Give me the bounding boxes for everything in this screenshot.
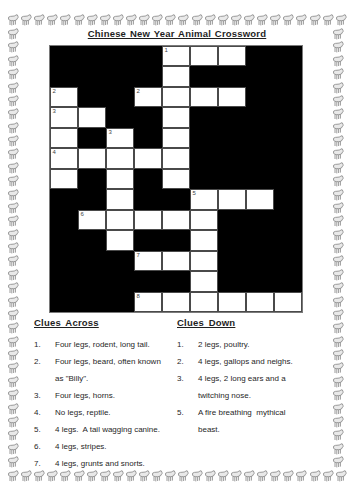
grid-cell[interactable] [162,210,190,230]
black-cell [50,210,78,230]
zodiac-animal-icon [332,295,344,308]
black-cell [134,189,162,209]
black-cell [274,148,302,168]
black-cell [134,46,162,66]
clue-item-number: 3. [34,387,55,404]
black-cell [274,189,302,209]
zodiac-animal-icon [332,442,344,455]
black-cell [78,46,106,66]
grid-cell[interactable] [162,66,190,86]
zodiac-animal-icon [7,402,19,415]
black-cell [218,66,246,86]
clue-item-text: 2 legs, poultry. [198,336,249,353]
black-cell [274,128,302,148]
clue-item: 2. Four legs, beard, often known as "Bil… [34,353,180,387]
zodiac-animal-icon [332,121,344,134]
black-cell [50,251,78,271]
grid-cell[interactable] [218,87,246,107]
zodiac-animal-icon [191,469,203,482]
zodiac-animal-icon [46,13,58,26]
clues-down-heading: Clues Down [177,317,330,328]
zodiac-animal-icon [7,268,19,281]
black-cell [190,148,218,168]
zodiac-animal-icon [332,335,344,348]
black-cell [246,128,274,148]
border-top-strip [7,13,347,26]
zodiac-animal-icon [7,201,19,214]
grid-cell[interactable]: 2 [50,87,78,107]
clue-item: 7. 4 legs, grunts and snorts. [34,455,180,472]
black-cell [106,271,134,291]
black-cell [274,66,302,86]
zodiac-animal-icon [269,469,281,482]
black-cell [246,230,274,250]
black-cell [162,230,190,250]
grid-cell[interactable] [218,292,246,312]
clue-item-number: 2. [177,353,198,370]
black-cell [218,251,246,271]
zodiac-animal-icon [295,13,307,26]
black-cell [78,292,106,312]
clue-item-number: 4. [34,404,55,421]
grid-cell[interactable] [162,292,190,312]
zodiac-animal-icon [138,13,150,26]
clue-item-text: Four legs, beard, often known as "Billy"… [55,353,161,387]
zodiac-animal-icon [7,308,19,321]
grid-cell[interactable] [190,271,218,291]
zodiac-animal-icon [332,161,344,174]
zodiac-animal-icon [7,81,19,94]
cell-number: 4 [53,149,56,156]
black-cell [78,271,106,291]
border-left-strip [7,27,20,468]
clue-item: 6. 4 legs, stripes. [34,438,180,455]
zodiac-animal-icon [7,375,19,388]
black-cell [246,271,274,291]
black-cell [134,66,162,86]
zodiac-animal-icon [269,13,281,26]
zodiac-animal-icon [332,214,344,227]
zodiac-animal-icon [332,415,344,428]
border-right-strip [332,27,345,468]
black-cell [78,251,106,271]
cell-number: 2 [137,88,140,95]
black-cell [190,128,218,148]
zodiac-animal-icon [7,13,19,26]
clue-item-number: 5. [34,421,55,438]
zodiac-animal-icon [217,469,229,482]
black-cell [218,210,246,230]
black-cell [190,169,218,189]
black-cell [246,87,274,107]
grid-cell[interactable] [106,189,134,209]
clue-item-text: 4 legs. A tail wagging canine. [55,421,160,438]
zodiac-animal-icon [332,241,344,254]
black-cell [274,107,302,127]
grid-cell[interactable] [274,292,302,312]
clue-item-text: A fire breathing mythical beast. [198,404,286,438]
grid-cell[interactable] [106,148,134,168]
grid-cell[interactable] [218,189,246,209]
grid-cell[interactable]: 6 [78,210,106,230]
clue-item-number: 6. [34,438,55,455]
black-cell [162,189,190,209]
black-cell [218,271,246,291]
zodiac-animal-icon [332,361,344,374]
grid-cell[interactable] [106,210,134,230]
zodiac-animal-icon [7,388,19,401]
zodiac-animal-icon [7,281,19,294]
zodiac-animal-icon [295,469,307,482]
black-cell [106,66,134,86]
clue-item: 4. No legs, reptile. [34,404,180,421]
black-cell [190,107,218,127]
black-cell [134,230,162,250]
black-cell [78,230,106,250]
zodiac-animal-icon [191,13,203,26]
black-cell [50,271,78,291]
clues-across-heading: Clues Across [34,317,180,328]
zodiac-animal-icon [282,469,294,482]
grid-cell[interactable] [190,87,218,107]
black-cell [218,230,246,250]
grid-cell[interactable] [246,292,274,312]
cell-number: 1 [165,47,168,54]
grid-cell[interactable] [162,107,190,127]
clue-item-number: 1. [177,336,198,353]
zodiac-animal-icon [322,13,334,26]
zodiac-animal-icon [164,13,176,26]
zodiac-animal-icon [112,13,124,26]
black-cell [106,107,134,127]
zodiac-animal-icon [332,67,344,80]
black-cell [78,128,106,148]
black-cell [78,66,106,86]
grid-cell[interactable] [134,148,162,168]
black-cell [134,128,162,148]
clue-item-text: No legs, reptile. [55,404,111,421]
zodiac-animal-icon [59,13,71,26]
zodiac-animal-icon [335,13,347,26]
grid-cell[interactable] [162,87,190,107]
clue-item-text: Four legs, rodent, long tail. [55,336,150,353]
black-cell [246,66,274,86]
crossword-grid: 1223345678 [49,45,303,313]
black-cell [218,148,246,168]
zodiac-animal-icon [7,174,19,187]
zodiac-animal-icon [256,469,268,482]
grid-cell[interactable]: 8 [134,292,162,312]
zodiac-animal-icon [7,254,19,267]
black-cell [50,292,78,312]
zodiac-animal-icon [7,361,19,374]
black-cell [274,46,302,66]
grid-cell[interactable]: 3 [106,128,134,148]
grid-cell[interactable] [190,292,218,312]
clue-item-number: 2. [34,353,55,387]
zodiac-animal-icon [332,81,344,94]
clue-item: 5. A fire breathing mythical beast. [177,404,330,438]
grid-cell[interactable] [246,189,274,209]
zodiac-animal-icon [7,348,19,361]
black-cell [274,210,302,230]
zodiac-animal-icon [7,321,19,334]
black-cell [78,87,106,107]
zodiac-animal-icon [73,13,85,26]
zodiac-animal-icon [332,228,344,241]
black-cell [106,87,134,107]
clue-item-number: 1. [34,336,55,353]
zodiac-animal-icon [7,469,19,482]
zodiac-animal-icon [20,13,32,26]
cell-number: 7 [137,252,140,259]
zodiac-animal-icon [332,281,344,294]
zodiac-animal-icon [7,228,19,241]
black-cell [218,169,246,189]
clue-item: 1. 2 legs, poultry. [177,336,330,353]
zodiac-animal-icon [332,308,344,321]
zodiac-animal-icon [7,442,19,455]
black-cell [274,87,302,107]
grid-cell[interactable] [78,107,106,127]
zodiac-animal-icon [332,174,344,187]
black-cell [78,169,106,189]
zodiac-animal-icon [309,13,321,26]
zodiac-animal-icon [7,295,19,308]
zodiac-animal-icon [332,455,344,468]
zodiac-animal-icon [332,54,344,67]
zodiac-animal-icon [7,241,19,254]
zodiac-animal-icon [7,214,19,227]
grid-cell[interactable] [190,251,218,271]
zodiac-animal-icon [332,147,344,160]
zodiac-animal-icon [230,469,242,482]
grid-cell[interactable]: 4 [50,148,78,168]
zodiac-animal-icon [282,13,294,26]
clue-item-number: 3. [177,370,198,404]
grid-cell[interactable] [78,148,106,168]
zodiac-animal-icon [322,469,334,482]
grid-cell[interactable]: 2 [134,87,162,107]
grid-cell[interactable] [190,210,218,230]
zodiac-animal-icon [332,201,344,214]
zodiac-animal-icon [217,13,229,26]
zodiac-animal-icon [7,67,19,80]
black-cell [218,128,246,148]
grid-cell[interactable] [190,230,218,250]
clue-item: 2. 4 legs, gallops and neighs. [177,353,330,370]
zodiac-animal-icon [332,268,344,281]
grid-cell[interactable]: 7 [134,251,162,271]
zodiac-animal-icon [7,134,19,147]
zodiac-animal-icon [332,428,344,441]
zodiac-animal-icon [332,321,344,334]
zodiac-animal-icon [7,121,19,134]
zodiac-animal-icon [332,375,344,388]
black-cell [106,46,134,66]
zodiac-animal-icon [256,13,268,26]
cell-number: 3 [109,129,112,136]
black-cell [246,107,274,127]
black-cell [106,251,134,271]
black-cell [246,251,274,271]
clues-across-section: Clues Across 1. Four legs, rodent, long … [34,317,180,472]
black-cell [274,251,302,271]
black-cell [162,271,190,291]
clue-item: 5. 4 legs. A tail wagging canine. [34,421,180,438]
zodiac-animal-icon [86,13,98,26]
black-cell [134,271,162,291]
grid-cell[interactable] [106,169,134,189]
zodiac-animal-icon [332,402,344,415]
zodiac-animal-icon [20,469,32,482]
zodiac-animal-icon [125,13,137,26]
cell-number: 6 [81,211,84,218]
zodiac-animal-icon [335,469,347,482]
zodiac-animal-icon [332,388,344,401]
zodiac-animal-icon [7,335,19,348]
zodiac-animal-icon [309,469,321,482]
grid-cell[interactable]: 3 [50,107,78,127]
grid-cell[interactable]: 5 [190,189,218,209]
zodiac-animal-icon [332,94,344,107]
zodiac-animal-icon [332,107,344,120]
grid-cell[interactable] [162,169,190,189]
page-title: Chinese New Year Animal Crossword [0,28,354,39]
black-cell [50,66,78,86]
cell-number: 3 [53,108,56,115]
zodiac-animal-icon [7,94,19,107]
grid-cell[interactable] [162,251,190,271]
black-cell [218,107,246,127]
zodiac-animal-icon [7,54,19,67]
clues-down-section: Clues Down 1. 2 legs, poultry. 2. 4 legs… [177,317,330,438]
clue-item-text: 4 legs, grunts and snorts. [55,455,145,472]
clue-item-text: 4 legs, 2 long ears and a twitching nose… [198,370,286,404]
black-cell [246,46,274,66]
zodiac-animal-icon [7,188,19,201]
black-cell [246,169,274,189]
grid-cell[interactable] [106,230,134,250]
grid-cell[interactable] [50,169,78,189]
zodiac-animal-icon [7,107,19,120]
grid-cell[interactable] [134,210,162,230]
zodiac-animal-icon [332,254,344,267]
zodiac-animal-icon [332,348,344,361]
black-cell [134,169,162,189]
zodiac-animal-icon [7,161,19,174]
zodiac-animal-icon [151,13,163,26]
black-cell [50,46,78,66]
zodiac-animal-icon [177,13,189,26]
clue-item-number: 5. [177,404,198,438]
black-cell [106,292,134,312]
zodiac-animal-icon [7,147,19,160]
clue-item-text: Four legs, horns. [55,387,115,404]
grid-cell[interactable] [50,128,78,148]
cell-number: 5 [193,190,196,197]
clue-item: 1. Four legs, rodent, long tail. [34,336,180,353]
black-cell [190,66,218,86]
clue-item-text: 4 legs, stripes. [55,438,107,455]
cell-number: 2 [53,88,56,95]
zodiac-animal-icon [7,40,19,53]
grid-cell[interactable] [162,128,190,148]
zodiac-animal-icon [332,134,344,147]
black-cell [274,169,302,189]
cell-number: 8 [137,293,140,300]
grid-cell[interactable] [218,46,246,66]
black-cell [246,148,274,168]
clue-item: 3. Four legs, horns. [34,387,180,404]
zodiac-animal-icon [243,469,255,482]
clue-item-number: 7. [34,455,55,472]
black-cell [274,271,302,291]
black-cell [50,230,78,250]
grid-cell[interactable] [162,148,190,168]
black-cell [246,210,274,230]
black-cell [50,189,78,209]
zodiac-animal-icon [332,40,344,53]
black-cell [274,230,302,250]
zodiac-animal-icon [33,13,45,26]
clue-item: 3. 4 legs, 2 long ears and a twitching n… [177,370,330,404]
zodiac-animal-icon [7,415,19,428]
zodiac-animal-icon [7,428,19,441]
zodiac-animal-icon [204,469,216,482]
black-cell [78,189,106,209]
grid-cell[interactable]: 1 [162,46,190,66]
zodiac-animal-icon [99,13,111,26]
black-cell [134,107,162,127]
zodiac-animal-icon [332,188,344,201]
grid-cell[interactable] [190,46,218,66]
zodiac-animal-icon [7,455,19,468]
clue-item-text: 4 legs, gallops and neighs. [198,353,293,370]
zodiac-animal-icon [204,13,216,26]
zodiac-animal-icon [230,13,242,26]
zodiac-animal-icon [243,13,255,26]
